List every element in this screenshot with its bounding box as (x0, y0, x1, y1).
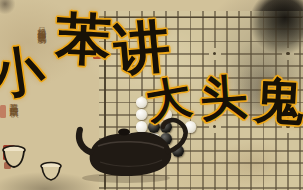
board-cell (197, 133, 209, 145)
board-cell (172, 48, 184, 60)
board-cell (257, 23, 269, 35)
board-cell (209, 35, 221, 47)
board-cell (197, 145, 209, 157)
board-cell (282, 60, 294, 72)
board-cell (209, 169, 221, 181)
board-cell (257, 157, 269, 169)
title-char: 小 (0, 43, 47, 102)
board-cell (294, 157, 303, 169)
board-cell (111, 96, 123, 108)
board-cell (184, 35, 196, 47)
board-cell (233, 145, 245, 157)
calligraphy-column: 笔新翁 (36, 27, 47, 29)
board-cell (209, 157, 221, 169)
board-cell (245, 182, 257, 190)
board-cell (270, 157, 282, 169)
board-cell (270, 35, 282, 47)
board-cell (245, 169, 257, 181)
board-cell (270, 23, 282, 35)
board-cell (123, 96, 135, 108)
board-cell (270, 169, 282, 181)
board-cell (197, 35, 209, 47)
board-cell (282, 145, 294, 157)
board-cell (270, 60, 282, 72)
tea-cup-right (38, 160, 66, 186)
board-cell (209, 23, 221, 35)
board-cell (282, 157, 294, 169)
title-char: 头 (198, 72, 248, 122)
board-cell (233, 133, 245, 145)
board-cell (257, 145, 269, 157)
board-cell (221, 157, 233, 169)
board-cell (233, 182, 245, 190)
board-cell (184, 23, 196, 35)
board-cell (184, 48, 196, 60)
board-cell (257, 169, 269, 181)
board-cell (123, 84, 135, 96)
board-cell (270, 182, 282, 190)
board-cell (221, 48, 233, 60)
board-cell (209, 133, 221, 145)
board-cell (233, 157, 245, 169)
board-cell (282, 169, 294, 181)
star-point (286, 52, 289, 55)
video-thumbnail: 且将祖院拾和知田鱼吃统里是成笔新翁 吃墨是五月仲舒成新阳下田棋 小苯讲大头鬼 (0, 0, 303, 190)
board-cell (245, 35, 257, 47)
teapot-lid-knob (118, 129, 130, 136)
board-cell (221, 35, 233, 47)
title-char: 大 (142, 73, 194, 125)
tea-cup-left (0, 143, 30, 173)
board-cell (197, 48, 209, 60)
board-cell (221, 23, 233, 35)
board-cell (221, 145, 233, 157)
star-point (213, 52, 216, 55)
board-cell (294, 133, 303, 145)
board-cell (294, 60, 303, 72)
board-cell (294, 35, 303, 47)
board-cell (245, 133, 257, 145)
board-cell (197, 169, 209, 181)
red-seal-stamp (0, 105, 6, 118)
board-cell (233, 48, 245, 60)
board-cell (257, 48, 269, 60)
board-cell (233, 169, 245, 181)
board-cell (294, 48, 303, 60)
teapot-spout (76, 127, 95, 156)
board-cell (245, 157, 257, 169)
board-cell (282, 182, 294, 190)
board-cell (294, 182, 303, 190)
title-char: 鬼 (253, 75, 303, 128)
board-cell (270, 48, 282, 60)
board-cell (245, 23, 257, 35)
board-cell (209, 182, 221, 190)
board-cell (282, 133, 294, 145)
title-char: 苯 (55, 11, 113, 69)
board-cell (257, 133, 269, 145)
board-cell (257, 182, 269, 190)
board-cell (294, 145, 303, 157)
title-char: 讲 (112, 18, 173, 79)
board-cell (172, 35, 184, 47)
board-cell (221, 169, 233, 181)
board-cell (282, 23, 294, 35)
board-cell (245, 145, 257, 157)
board-cell (270, 133, 282, 145)
board-cell (294, 23, 303, 35)
board-cell (245, 48, 257, 60)
board-cell (233, 23, 245, 35)
board-cell (294, 169, 303, 181)
board-cell (257, 35, 269, 47)
teapot-body (90, 132, 172, 176)
board-cell (270, 145, 282, 157)
board-cell (172, 23, 184, 35)
board-cell (282, 35, 294, 47)
board-cell (221, 133, 233, 145)
board-cell (197, 157, 209, 169)
board-cell (197, 182, 209, 190)
board-cell (233, 35, 245, 47)
board-cell (197, 23, 209, 35)
board-cell (111, 84, 123, 96)
board-cell (209, 145, 221, 157)
board-cell (221, 182, 233, 190)
